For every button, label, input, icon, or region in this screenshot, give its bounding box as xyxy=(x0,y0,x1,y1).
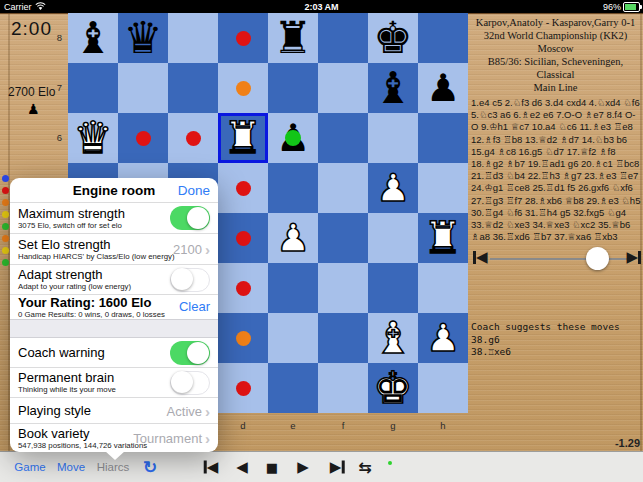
color-dot xyxy=(2,259,9,266)
coach-line: 38.♖xe6 xyxy=(471,346,620,359)
black-k-piece: ♚ xyxy=(373,16,412,60)
black-p-piece: ♟ xyxy=(426,69,460,107)
flip-board-icon[interactable]: ⇆ xyxy=(358,458,371,477)
row-permanent-brain: Permanent brain Thinking while its your … xyxy=(10,368,218,398)
green-move-hint-dot xyxy=(285,130,301,146)
square-d1[interactable] xyxy=(218,363,268,413)
square-h2[interactable]: ♟ xyxy=(418,313,468,363)
skip-to-end-icon[interactable]: ▶ xyxy=(626,250,641,265)
go-to-end-button[interactable]: ▶ xyxy=(330,460,345,475)
group-separator xyxy=(10,319,218,338)
color-dot xyxy=(2,187,9,194)
hiarcs-menu-button[interactable]: Hiarcs xyxy=(97,461,130,473)
row-your-rating: Your Rating: 1600 Elo 0 Game Results: 0 … xyxy=(10,295,218,319)
row-book-variety[interactable]: Book variety 547,938 positions, 144,726 … xyxy=(10,424,218,452)
game-clock: 2:00 xyxy=(11,18,52,40)
black-b-piece: ♝ xyxy=(73,16,112,60)
square-h3[interactable] xyxy=(418,263,468,313)
row-adapt-strength: Adapt strength Adapt to your rating (low… xyxy=(10,265,218,295)
white-r-piece: ♜ xyxy=(223,116,262,160)
refresh-icon[interactable]: ↻ xyxy=(143,457,157,478)
square-e8[interactable]: ♜ xyxy=(268,13,318,63)
square-g3[interactable] xyxy=(368,263,418,313)
white-k-piece: ♚ xyxy=(373,366,412,410)
color-dot xyxy=(2,199,9,206)
square-d7[interactable] xyxy=(218,63,268,113)
square-a8[interactable]: ♝ xyxy=(68,13,118,63)
game-header-line: 32nd World Championship (KK2) Moscow xyxy=(468,29,643,55)
square-f5[interactable] xyxy=(318,163,368,213)
black-r-piece: ♜ xyxy=(273,16,312,60)
square-d8[interactable] xyxy=(218,13,268,63)
stop-button[interactable]: ■ xyxy=(266,460,278,475)
square-h5[interactable] xyxy=(418,163,468,213)
row-playing-style[interactable]: Playing style Active› xyxy=(10,398,218,424)
maximum-strength-toggle[interactable] xyxy=(170,206,210,230)
square-c8[interactable] xyxy=(168,13,218,63)
playing-style-value: Active xyxy=(167,403,202,418)
battery-percent: 96% xyxy=(603,2,621,12)
game-header-line: B85/36: Sicilian, Scheveningen, Classica… xyxy=(468,55,643,81)
square-d5[interactable] xyxy=(218,163,268,213)
square-h6[interactable] xyxy=(418,113,468,163)
adapt-strength-toggle[interactable] xyxy=(170,268,210,292)
color-dot xyxy=(2,235,9,242)
row-maximum-strength: Maximum strength 3075 Elo, switch off fo… xyxy=(10,203,218,234)
square-g7[interactable]: ♝ xyxy=(368,63,418,113)
square-h1[interactable] xyxy=(418,363,468,413)
square-g5[interactable]: ♟ xyxy=(368,163,418,213)
permanent-brain-toggle[interactable] xyxy=(170,371,210,395)
color-dot xyxy=(2,247,9,254)
square-a6[interactable]: ♛ xyxy=(68,113,118,163)
notation-panel: Karpov,Anatoly - Kasparov,Garry 0-1 32nd… xyxy=(468,13,643,452)
red-move-hint-dot xyxy=(186,131,201,146)
chevron-right-icon: › xyxy=(205,241,210,258)
square-h7[interactable]: ♟ xyxy=(418,63,468,113)
square-f7[interactable] xyxy=(318,63,368,113)
square-c7[interactable] xyxy=(168,63,218,113)
red-move-hint-dot xyxy=(236,281,251,296)
slider-thumb[interactable] xyxy=(586,247,609,270)
coach-color-dots xyxy=(2,175,9,271)
square-g8[interactable]: ♚ xyxy=(368,13,418,63)
clock-time: 2:03 AM xyxy=(0,2,643,12)
white-p-piece: ♟ xyxy=(276,219,310,257)
captured-pawn-icon: ♟ xyxy=(27,101,40,117)
coach-line: Coach suggests these moves xyxy=(471,321,620,334)
square-d3[interactable] xyxy=(218,263,268,313)
square-c6[interactable] xyxy=(168,113,218,163)
square-e1[interactable] xyxy=(268,363,318,413)
chevron-right-icon: › xyxy=(205,402,210,419)
white-b-piece: ♝ xyxy=(373,316,412,360)
row-set-elo[interactable]: Set Elo strength Handicap HIARCS' by Cla… xyxy=(10,234,218,265)
move-list[interactable]: 1.e4 c5 2.♘f3 d6 3.d4 cxd4 4.♘xd4 ♘f6 5.… xyxy=(468,94,643,243)
move-slider: ◀ ▶ xyxy=(468,246,643,272)
go-to-start-button[interactable]: ◀ xyxy=(204,460,219,475)
row-coach-warning: Coach warning xyxy=(10,338,218,368)
orange-move-hint-dot xyxy=(236,81,251,96)
coach-line: 38.g6 xyxy=(471,334,620,347)
square-h4[interactable]: ♜ xyxy=(418,213,468,263)
square-b8[interactable]: ♛ xyxy=(118,13,168,63)
white-r-piece: ♜ xyxy=(423,216,462,260)
set-elo-value: 2100 xyxy=(173,242,202,257)
engine-room-popover: Engine room Done Maximum strength 3075 E… xyxy=(10,178,218,452)
square-e3[interactable] xyxy=(268,263,318,313)
square-d2[interactable] xyxy=(218,313,268,363)
square-f8[interactable] xyxy=(318,13,368,63)
play-button[interactable]: ▶ xyxy=(297,458,309,476)
game-menu-button[interactable]: Game xyxy=(14,461,45,473)
square-d6[interactable]: ♜ xyxy=(218,113,268,163)
red-move-hint-dot xyxy=(236,381,251,396)
orange-move-hint-dot xyxy=(236,331,251,346)
white-p-piece: ♟ xyxy=(426,319,460,357)
move-menu-button[interactable]: Move xyxy=(57,461,85,473)
square-g1[interactable]: ♚ xyxy=(368,363,418,413)
engine-elo-label: 2700 Elo xyxy=(8,85,55,99)
clear-rating-button[interactable]: Clear xyxy=(179,299,210,314)
square-b7[interactable] xyxy=(118,63,168,113)
square-f1[interactable] xyxy=(318,363,368,413)
square-h8[interactable] xyxy=(418,13,468,63)
red-move-hint-dot xyxy=(236,181,251,196)
square-f4[interactable] xyxy=(318,213,368,263)
popover-header: Engine room Done xyxy=(10,178,218,203)
square-f2[interactable] xyxy=(318,313,368,363)
red-move-hint-dot xyxy=(136,131,151,146)
game-header: Karpov,Anatoly - Kasparov,Garry 0-1 32nd… xyxy=(468,13,643,94)
square-e7[interactable] xyxy=(268,63,318,113)
coach-warning-toggle[interactable] xyxy=(170,341,210,365)
square-f3[interactable] xyxy=(318,263,368,313)
evaluation-score: -1.29 xyxy=(615,437,640,449)
white-q-piece: ♛ xyxy=(73,116,112,160)
color-dot xyxy=(2,223,9,230)
square-a7[interactable] xyxy=(68,63,118,113)
square-g4[interactable] xyxy=(368,213,418,263)
square-e2[interactable] xyxy=(268,313,318,363)
book-variety-value: Tournament xyxy=(133,431,202,446)
square-e5[interactable] xyxy=(268,163,318,213)
bottom-toolbar: Game Move Hiarcs ↻ ◀ ◀ ■ ▶ ▶ ⇆ xyxy=(0,451,643,482)
black-q-piece: ♛ xyxy=(123,16,162,60)
game-header-line: Karpov,Anatoly - Kasparov,Garry 0-1 xyxy=(468,16,643,29)
black-b-piece: ♝ xyxy=(373,66,412,110)
square-e4[interactable]: ♟ xyxy=(268,213,318,263)
back-button[interactable]: ◀ xyxy=(236,458,248,476)
square-g2[interactable]: ♝ xyxy=(368,313,418,363)
square-g6[interactable] xyxy=(368,113,418,163)
red-move-hint-dot xyxy=(236,31,251,46)
square-e6[interactable]: ♟ xyxy=(268,113,318,163)
chevron-right-icon: › xyxy=(205,430,210,447)
status-bar: Carrier 2:03 AM 96% xyxy=(0,0,643,13)
square-b6[interactable] xyxy=(118,113,168,163)
square-d4[interactable] xyxy=(218,213,268,263)
square-f6[interactable] xyxy=(318,113,368,163)
skip-to-start-icon[interactable]: ◀ xyxy=(473,250,488,265)
color-dot xyxy=(2,175,9,182)
done-button[interactable]: Done xyxy=(178,183,210,198)
color-dot xyxy=(2,211,9,218)
coach-suggestions: Coach suggests these moves 38.g6 38.♖xe6 xyxy=(471,321,620,359)
battery-icon xyxy=(623,2,640,12)
game-header-line: Main Line xyxy=(468,81,643,94)
red-move-hint-dot xyxy=(236,231,251,246)
white-p-piece: ♟ xyxy=(376,169,410,207)
